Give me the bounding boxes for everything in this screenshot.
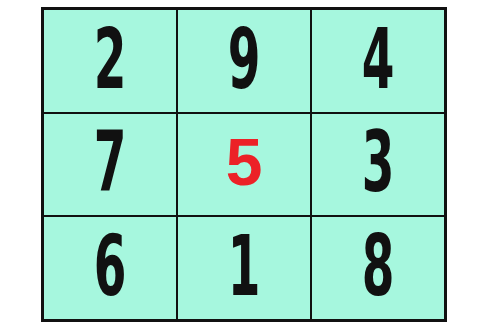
cell-value: 9 [228,17,261,105]
cell-value: 7 [94,120,127,208]
cell-value: 6 [94,224,127,312]
cell-r3c2: 1 [177,216,311,320]
cell-r2c3: 3 [311,113,445,217]
cell-value: 2 [94,17,127,105]
cell-value: 1 [228,224,261,312]
cell-r1c3: 4 [311,9,445,113]
cell-r2c1: 7 [43,113,177,217]
cell-value: 8 [362,224,395,312]
cell-r1c2: 9 [177,9,311,113]
cell-r3c3: 8 [311,216,445,320]
cell-value: 4 [362,17,395,105]
cell-value: 3 [362,120,395,208]
magic-square-board: 2 9 4 7 5 3 6 1 8 [41,7,447,322]
cell-r3c1: 6 [43,216,177,320]
cell-r2c2: 5 [177,113,311,217]
cell-r1c1: 2 [43,9,177,113]
cell-value-highlighted: 5 [226,129,263,199]
